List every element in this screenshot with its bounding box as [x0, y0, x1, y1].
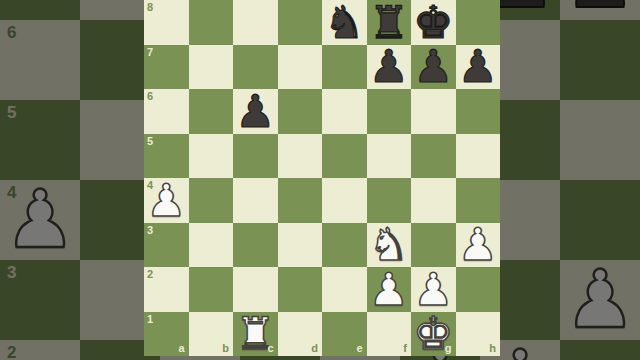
- file-label-a: a: [178, 343, 184, 354]
- piece-black-knight-e8: ♞: [324, 0, 364, 45]
- square-c1[interactable]: c♜: [233, 312, 278, 357]
- rank-label-8: 8: [147, 2, 153, 13]
- square-a1[interactable]: 1a: [144, 312, 189, 357]
- piece-black-rook-f8: ♜: [369, 0, 409, 45]
- square-b4[interactable]: [189, 178, 234, 223]
- square-g7[interactable]: ♟: [411, 45, 456, 90]
- square-g2[interactable]: ♟: [411, 267, 456, 312]
- square-d8[interactable]: [278, 0, 323, 45]
- chess-video-frame: 8♞♜♚7♟♟♟6♟54♟3♞♟2♟♟1abc♜defg♚h 8♞♜♚7♟♟♟6…: [0, 0, 640, 360]
- square-f3[interactable]: ♞: [367, 223, 412, 268]
- square-g4[interactable]: [411, 178, 456, 223]
- rank-label-2: 2: [147, 269, 153, 280]
- square-f5[interactable]: [367, 134, 412, 179]
- piece-black-pawn-f7: ♟: [369, 44, 409, 89]
- square-a6[interactable]: 6: [144, 89, 189, 134]
- piece-white-knight-f3: ♞: [369, 222, 409, 267]
- square-h1[interactable]: h: [456, 312, 501, 357]
- square-f8[interactable]: ♜: [367, 0, 412, 45]
- square-f6[interactable]: [367, 89, 412, 134]
- piece-white-king-g1: ♚: [413, 311, 453, 356]
- square-c3[interactable]: [233, 223, 278, 268]
- main-chess-board[interactable]: 8♞♜♚7♟♟♟6♟54♟3♞♟2♟♟1abc♜defg♚h: [144, 0, 500, 356]
- square-b3[interactable]: [189, 223, 234, 268]
- rank-label-7: 7: [147, 47, 153, 58]
- rank-label-4: 4: [147, 180, 153, 191]
- file-label-f: f: [403, 343, 407, 354]
- piece-white-pawn-a4: ♟: [146, 178, 186, 223]
- file-label-d: d: [311, 343, 318, 354]
- square-a7[interactable]: 7: [144, 45, 189, 90]
- rank-label-1: 1: [147, 314, 153, 325]
- square-d3[interactable]: [278, 223, 323, 268]
- square-c2[interactable]: [233, 267, 278, 312]
- square-h8[interactable]: [456, 0, 501, 45]
- square-e3[interactable]: [322, 223, 367, 268]
- square-e2[interactable]: [322, 267, 367, 312]
- square-g8[interactable]: ♚: [411, 0, 456, 45]
- square-e7[interactable]: [322, 45, 367, 90]
- square-h2[interactable]: [456, 267, 501, 312]
- square-a5[interactable]: 5: [144, 134, 189, 179]
- square-e5[interactable]: [322, 134, 367, 179]
- piece-white-pawn-g2: ♟: [413, 267, 453, 312]
- piece-black-pawn-c6: ♟: [235, 89, 275, 134]
- square-h3[interactable]: ♟: [456, 223, 501, 268]
- square-a3[interactable]: 3: [144, 223, 189, 268]
- piece-black-king-g8: ♚: [413, 0, 453, 45]
- piece-white-pawn-h3: ♟: [458, 222, 498, 267]
- square-b1[interactable]: b: [189, 312, 234, 357]
- square-f2[interactable]: ♟: [367, 267, 412, 312]
- square-a4[interactable]: 4♟: [144, 178, 189, 223]
- square-b7[interactable]: [189, 45, 234, 90]
- square-a2[interactable]: 2: [144, 267, 189, 312]
- square-e4[interactable]: [322, 178, 367, 223]
- square-h7[interactable]: ♟: [456, 45, 501, 90]
- square-h6[interactable]: [456, 89, 501, 134]
- square-f7[interactable]: ♟: [367, 45, 412, 90]
- square-f1[interactable]: f: [367, 312, 412, 357]
- square-g3[interactable]: [411, 223, 456, 268]
- square-c5[interactable]: [233, 134, 278, 179]
- square-c6[interactable]: ♟: [233, 89, 278, 134]
- square-d4[interactable]: [278, 178, 323, 223]
- square-c7[interactable]: [233, 45, 278, 90]
- piece-black-pawn-h7: ♟: [458, 44, 498, 89]
- square-e1[interactable]: e: [322, 312, 367, 357]
- file-label-b: b: [222, 343, 229, 354]
- square-c8[interactable]: [233, 0, 278, 45]
- square-a8[interactable]: 8: [144, 0, 189, 45]
- square-b2[interactable]: [189, 267, 234, 312]
- piece-white-pawn-f2: ♟: [369, 267, 409, 312]
- square-d6[interactable]: [278, 89, 323, 134]
- square-d2[interactable]: [278, 267, 323, 312]
- square-d7[interactable]: [278, 45, 323, 90]
- square-f4[interactable]: [367, 178, 412, 223]
- rank-label-6: 6: [147, 91, 153, 102]
- square-g6[interactable]: [411, 89, 456, 134]
- square-d5[interactable]: [278, 134, 323, 179]
- square-b5[interactable]: [189, 134, 234, 179]
- square-g1[interactable]: g♚: [411, 312, 456, 357]
- square-h5[interactable]: [456, 134, 501, 179]
- square-d1[interactable]: d: [278, 312, 323, 357]
- rank-label-5: 5: [147, 136, 153, 147]
- file-label-c: c: [267, 343, 273, 354]
- square-c4[interactable]: [233, 178, 278, 223]
- piece-white-rook-c1: ♜: [235, 311, 275, 356]
- rank-label-3: 3: [147, 225, 153, 236]
- square-b8[interactable]: [189, 0, 234, 45]
- piece-black-pawn-g7: ♟: [413, 44, 453, 89]
- square-h4[interactable]: [456, 178, 501, 223]
- file-label-h: h: [489, 343, 496, 354]
- square-e8[interactable]: ♞: [322, 0, 367, 45]
- square-g5[interactable]: [411, 134, 456, 179]
- square-b6[interactable]: [189, 89, 234, 134]
- file-label-g: g: [445, 343, 452, 354]
- file-label-e: e: [356, 343, 362, 354]
- square-e6[interactable]: [322, 89, 367, 134]
